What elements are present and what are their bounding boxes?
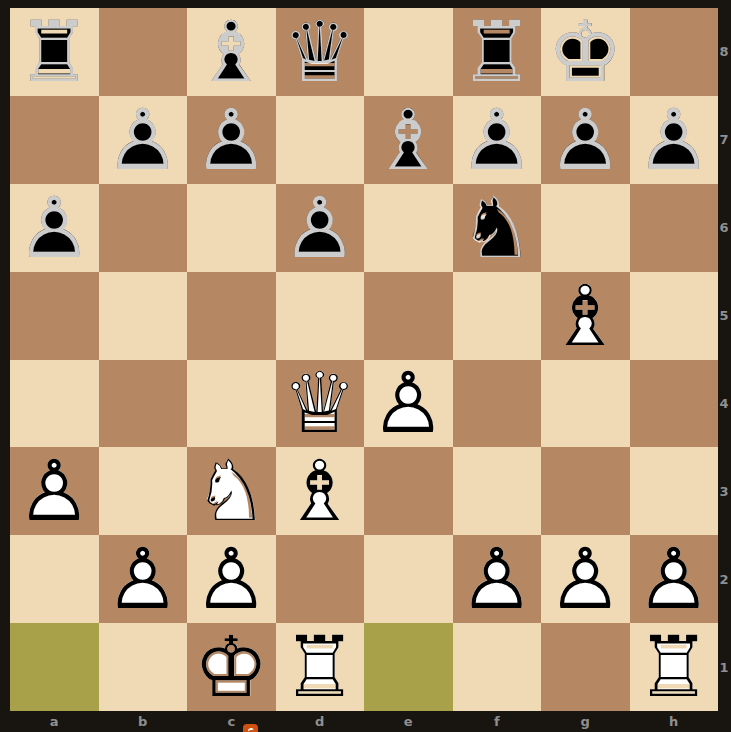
square-e7[interactable]: ♝♗	[364, 96, 453, 184]
square-a1[interactable]	[10, 623, 99, 711]
black-pawn-outline-glyph: ♙	[453, 96, 542, 184]
white-king-fill-glyph: ♚	[187, 623, 276, 711]
square-g4[interactable]	[541, 360, 630, 448]
black-rook-outline-glyph: ♖	[10, 8, 99, 96]
white-pawn-fill-glyph: ♟	[541, 535, 630, 623]
square-f2[interactable]: ♟♙	[453, 535, 542, 623]
square-b3[interactable]	[99, 447, 188, 535]
black-pawn-fill-glyph: ♟	[99, 96, 188, 184]
square-d2[interactable]	[276, 535, 365, 623]
square-c7[interactable]: ♟♙	[187, 96, 276, 184]
piece-white-rook[interactable]: ♜♖	[630, 623, 719, 711]
white-pawn-outline-glyph: ♙	[364, 360, 453, 448]
square-g3[interactable]	[541, 447, 630, 535]
black-knight-fill-glyph: ♞	[453, 184, 542, 272]
square-b1[interactable]	[99, 623, 188, 711]
piece-black-pawn[interactable]: ♟♙	[10, 184, 99, 272]
square-f3[interactable]	[453, 447, 542, 535]
piece-black-bishop[interactable]: ♝♗	[187, 8, 276, 96]
white-pawn-fill-glyph: ♟	[364, 360, 453, 448]
square-c5[interactable]	[187, 272, 276, 360]
piece-black-rook[interactable]: ♜♖	[453, 8, 542, 96]
square-b5[interactable]	[99, 272, 188, 360]
square-b8[interactable]	[99, 8, 188, 96]
white-rook-outline-glyph: ♖	[276, 623, 365, 711]
rank-label-4: 4	[717, 360, 731, 448]
file-label-g: g	[541, 711, 630, 732]
piece-black-queen[interactable]: ♛♕	[276, 8, 365, 96]
black-bishop-fill-glyph: ♝	[187, 8, 276, 96]
black-pawn-outline-glyph: ♙	[630, 96, 719, 184]
white-bishop-fill-glyph: ♝	[276, 447, 365, 535]
black-king-outline-glyph: ♔	[541, 8, 630, 96]
square-h6[interactable]	[630, 184, 719, 272]
square-h5[interactable]	[630, 272, 719, 360]
square-c3[interactable]: ♞♘	[187, 447, 276, 535]
white-pawn-fill-glyph: ♟	[453, 535, 542, 623]
square-f8[interactable]: ♜♖	[453, 8, 542, 96]
square-e6[interactable]	[364, 184, 453, 272]
black-knight-outline-glyph: ♘	[453, 184, 542, 272]
square-a2[interactable]	[10, 535, 99, 623]
rank-label-1: 1	[717, 623, 731, 711]
piece-black-bishop[interactable]: ♝♗	[364, 96, 453, 184]
black-pawn-fill-glyph: ♟	[276, 184, 365, 272]
square-d3[interactable]: ♝♗	[276, 447, 365, 535]
square-d6[interactable]: ♟♙	[276, 184, 365, 272]
black-rook-fill-glyph: ♜	[453, 8, 542, 96]
white-pawn-fill-glyph: ♟	[187, 535, 276, 623]
square-g2[interactable]: ♟♙	[541, 535, 630, 623]
black-pawn-fill-glyph: ♟	[187, 96, 276, 184]
file-label-d: d	[276, 711, 365, 732]
white-knight-fill-glyph: ♞	[187, 447, 276, 535]
square-d5[interactable]	[276, 272, 365, 360]
square-b2[interactable]: ♟♙	[99, 535, 188, 623]
white-queen-fill-glyph: ♛	[276, 360, 365, 448]
piece-black-pawn[interactable]: ♟♙	[453, 96, 542, 184]
square-c4[interactable]	[187, 360, 276, 448]
square-g8[interactable]: ♚♔	[541, 8, 630, 96]
white-rook-fill-glyph: ♜	[630, 623, 719, 711]
file-label-f: f	[453, 711, 542, 732]
black-rook-outline-glyph: ♖	[453, 8, 542, 96]
white-bishop-outline-glyph: ♗	[276, 447, 365, 535]
piece-white-pawn[interactable]: ♟♙	[10, 447, 99, 535]
piece-black-pawn[interactable]: ♟♙	[630, 96, 719, 184]
piece-white-queen[interactable]: ♛♕	[276, 360, 365, 448]
white-king-outline-glyph: ♔	[187, 623, 276, 711]
black-pawn-outline-glyph: ♙	[541, 96, 630, 184]
notification-badge[interactable]	[243, 724, 258, 732]
rank-label-5: 5	[717, 272, 731, 360]
square-d4[interactable]: ♛♕	[276, 360, 365, 448]
square-f1[interactable]	[453, 623, 542, 711]
square-h8[interactable]	[630, 8, 719, 96]
white-rook-fill-glyph: ♜	[276, 623, 365, 711]
square-b7[interactable]: ♟♙	[99, 96, 188, 184]
piece-black-pawn[interactable]: ♟♙	[541, 96, 630, 184]
square-c1[interactable]: ♚♔	[187, 623, 276, 711]
black-pawn-fill-glyph: ♟	[453, 96, 542, 184]
rank-label-3: 3	[717, 447, 731, 535]
square-e8[interactable]	[364, 8, 453, 96]
white-pawn-fill-glyph: ♟	[10, 447, 99, 535]
black-pawn-fill-glyph: ♟	[541, 96, 630, 184]
white-pawn-outline-glyph: ♙	[453, 535, 542, 623]
rank-label-2: 2	[717, 535, 731, 623]
white-pawn-outline-glyph: ♙	[10, 447, 99, 535]
black-pawn-outline-glyph: ♙	[276, 184, 365, 272]
black-pawn-fill-glyph: ♟	[10, 184, 99, 272]
square-f7[interactable]: ♟♙	[453, 96, 542, 184]
white-pawn-outline-glyph: ♙	[187, 535, 276, 623]
square-b6[interactable]	[99, 184, 188, 272]
square-c8[interactable]: ♝♗	[187, 8, 276, 96]
black-king-fill-glyph: ♚	[541, 8, 630, 96]
piece-white-rook[interactable]: ♜♖	[276, 623, 365, 711]
white-pawn-outline-glyph: ♙	[541, 535, 630, 623]
square-e4[interactable]: ♟♙	[364, 360, 453, 448]
piece-white-pawn[interactable]: ♟♙	[541, 535, 630, 623]
square-g6[interactable]	[541, 184, 630, 272]
piece-white-pawn[interactable]: ♟♙	[630, 535, 719, 623]
square-b4[interactable]	[99, 360, 188, 448]
square-e3[interactable]	[364, 447, 453, 535]
piece-white-pawn[interactable]: ♟♙	[187, 535, 276, 623]
square-h4[interactable]	[630, 360, 719, 448]
black-queen-outline-glyph: ♕	[276, 8, 365, 96]
rank-label-8: 8	[717, 8, 731, 96]
square-c2[interactable]: ♟♙	[187, 535, 276, 623]
square-g7[interactable]: ♟♙	[541, 96, 630, 184]
square-a7[interactable]	[10, 96, 99, 184]
black-bishop-fill-glyph: ♝	[364, 96, 453, 184]
file-label-h: h	[630, 711, 719, 732]
white-bishop-fill-glyph: ♝	[541, 272, 630, 360]
white-pawn-fill-glyph: ♟	[99, 535, 188, 623]
black-pawn-outline-glyph: ♙	[10, 184, 99, 272]
black-pawn-fill-glyph: ♟	[630, 96, 719, 184]
piece-black-rook[interactable]: ♜♖	[10, 8, 99, 96]
square-h7[interactable]: ♟♙	[630, 96, 719, 184]
square-e5[interactable]	[364, 272, 453, 360]
piece-white-knight[interactable]: ♞♘	[187, 447, 276, 535]
piece-black-king[interactable]: ♚♔	[541, 8, 630, 96]
chess-board[interactable]: ♜♖♝♗♛♕♜♖♚♔♟♙♟♙♝♗♟♙♟♙♟♙♟♙♟♙♞♘♝♗♛♕♟♙♟♙♞♘♝♗…	[10, 8, 718, 711]
file-label-c: c	[187, 711, 276, 732]
file-label-a: a	[10, 711, 99, 732]
square-d8[interactable]: ♛♕	[276, 8, 365, 96]
square-d7[interactable]	[276, 96, 365, 184]
black-pawn-outline-glyph: ♙	[99, 96, 188, 184]
piece-black-pawn[interactable]: ♟♙	[276, 184, 365, 272]
piece-black-knight[interactable]: ♞♘	[453, 184, 542, 272]
square-g5[interactable]: ♝♗	[541, 272, 630, 360]
file-label-b: b	[99, 711, 188, 732]
square-g1[interactable]	[541, 623, 630, 711]
white-knight-outline-glyph: ♘	[187, 447, 276, 535]
square-h1[interactable]: ♜♖	[630, 623, 719, 711]
piece-white-bishop[interactable]: ♝♗	[541, 272, 630, 360]
square-f4[interactable]	[453, 360, 542, 448]
file-label-e: e	[364, 711, 453, 732]
square-h2[interactable]: ♟♙	[630, 535, 719, 623]
white-pawn-fill-glyph: ♟	[630, 535, 719, 623]
black-queen-fill-glyph: ♛	[276, 8, 365, 96]
square-e2[interactable]	[364, 535, 453, 623]
black-rook-fill-glyph: ♜	[10, 8, 99, 96]
square-a5[interactable]	[10, 272, 99, 360]
square-e1[interactable]	[364, 623, 453, 711]
piece-white-pawn[interactable]: ♟♙	[453, 535, 542, 623]
square-a3[interactable]: ♟♙	[10, 447, 99, 535]
black-pawn-outline-glyph: ♙	[187, 96, 276, 184]
black-bishop-outline-glyph: ♗	[364, 96, 453, 184]
piece-white-king[interactable]: ♚♔	[187, 623, 276, 711]
piece-white-bishop[interactable]: ♝♗	[276, 447, 365, 535]
rank-label-6: 6	[717, 184, 731, 272]
white-pawn-outline-glyph: ♙	[99, 535, 188, 623]
piece-black-pawn[interactable]: ♟♙	[187, 96, 276, 184]
badge-mark-icon	[247, 727, 254, 732]
square-c6[interactable]	[187, 184, 276, 272]
rank-label-7: 7	[717, 96, 731, 184]
piece-white-pawn[interactable]: ♟♙	[364, 360, 453, 448]
square-f5[interactable]	[453, 272, 542, 360]
piece-white-pawn[interactable]: ♟♙	[99, 535, 188, 623]
white-queen-outline-glyph: ♕	[276, 360, 365, 448]
white-bishop-outline-glyph: ♗	[541, 272, 630, 360]
square-a8[interactable]: ♜♖	[10, 8, 99, 96]
piece-black-pawn[interactable]: ♟♙	[99, 96, 188, 184]
white-pawn-outline-glyph: ♙	[630, 535, 719, 623]
square-f6[interactable]: ♞♘	[453, 184, 542, 272]
square-d1[interactable]: ♜♖	[276, 623, 365, 711]
black-bishop-outline-glyph: ♗	[187, 8, 276, 96]
square-a4[interactable]	[10, 360, 99, 448]
white-rook-outline-glyph: ♖	[630, 623, 719, 711]
square-a6[interactable]: ♟♙	[10, 184, 99, 272]
square-h3[interactable]	[630, 447, 719, 535]
